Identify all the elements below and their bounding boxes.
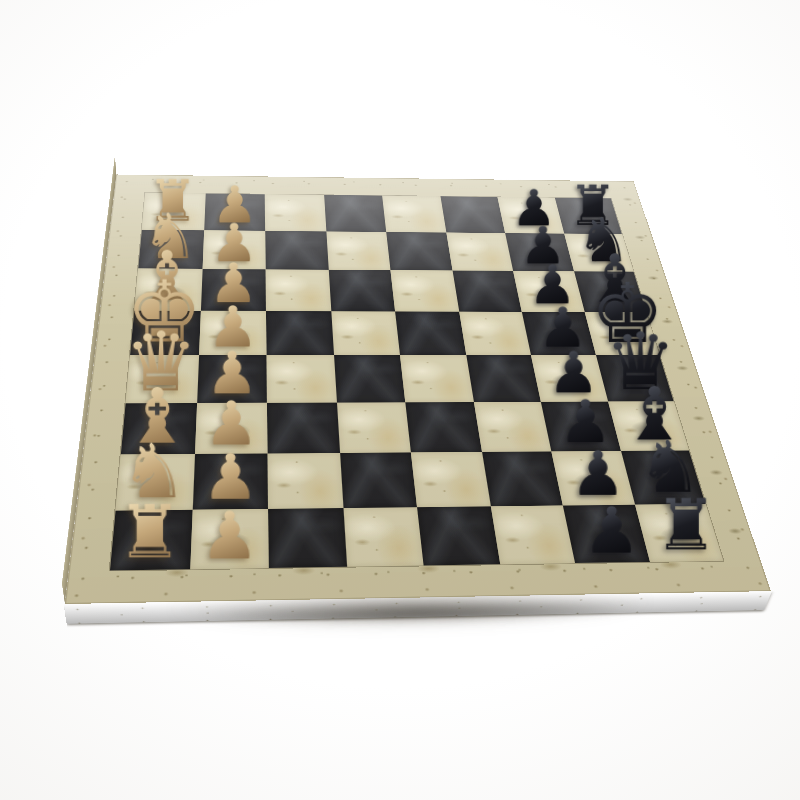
piece-black-rook[interactable]: ♜: [654, 493, 717, 560]
square-a4[interactable]: [343, 507, 424, 567]
photo-stage: ♜♟♟♜♞♟♟♞♝♟♟♝♚♟♟♚♛♟♟♛♝♟♟♝♞♟♟♞♜♟♟♜: [0, 0, 800, 800]
square-d5[interactable]: [400, 355, 473, 402]
chessboard-slab: ♜♟♟♜♞♟♟♞♝♟♟♝♚♟♟♚♛♟♟♛♝♟♟♝♞♟♟♞♜♟♟♜: [65, 174, 771, 603]
square-e4[interactable]: [331, 311, 400, 355]
square-a7[interactable]: ♟: [563, 504, 650, 563]
square-c3[interactable]: [267, 402, 340, 453]
square-c4[interactable]: [336, 402, 410, 453]
square-a8[interactable]: ♜: [634, 504, 723, 562]
square-g6[interactable]: [446, 232, 513, 271]
square-b4[interactable]: [340, 452, 417, 507]
square-g3[interactable]: [265, 231, 328, 270]
square-a5[interactable]: [417, 506, 500, 566]
square-f5[interactable]: [390, 270, 458, 311]
square-g5[interactable]: [386, 232, 452, 271]
square-f3[interactable]: [266, 269, 331, 311]
board-grid: ♜♟♟♜♞♟♟♞♝♟♟♝♚♟♟♚♛♟♟♛♝♟♟♝♞♟♟♞♜♟♟♜: [110, 193, 723, 571]
piece-black-pawn[interactable]: ♟: [583, 500, 640, 561]
square-f4[interactable]: [328, 270, 395, 311]
square-d6[interactable]: [466, 355, 541, 402]
square-e3[interactable]: [266, 311, 334, 355]
square-c6[interactable]: [473, 401, 551, 451]
square-h5[interactable]: [382, 196, 446, 233]
square-b3[interactable]: [267, 453, 342, 509]
square-d4[interactable]: [334, 355, 406, 402]
square-h6[interactable]: [440, 196, 505, 233]
square-e6[interactable]: [459, 311, 531, 355]
square-a1[interactable]: ♜: [110, 509, 192, 570]
square-f6[interactable]: [452, 271, 522, 312]
board-frame: ♜♟♟♜♞♟♟♞♝♟♟♝♚♟♟♚♛♟♟♛♝♟♟♝♞♟♟♞♜♟♟♜: [65, 174, 771, 603]
piece-white-pawn[interactable]: ♟: [200, 504, 259, 567]
square-c5[interactable]: [405, 402, 481, 453]
square-a2[interactable]: ♟: [190, 508, 269, 569]
square-g4[interactable]: [326, 231, 391, 270]
square-h3[interactable]: [265, 194, 326, 231]
piece-white-rook[interactable]: ♜: [117, 498, 183, 568]
square-d3[interactable]: [266, 355, 336, 402]
square-a6[interactable]: [490, 505, 575, 564]
square-b6[interactable]: [482, 451, 563, 506]
square-h4[interactable]: [324, 195, 386, 232]
square-a3[interactable]: [268, 508, 347, 568]
square-e5[interactable]: [395, 311, 466, 355]
chessboard-scene: ♜♟♟♜♞♟♟♞♝♟♟♝♚♟♟♚♛♟♟♛♝♟♟♝♞♟♟♞♜♟♟♜: [0, 0, 800, 800]
square-b5[interactable]: [411, 452, 490, 507]
